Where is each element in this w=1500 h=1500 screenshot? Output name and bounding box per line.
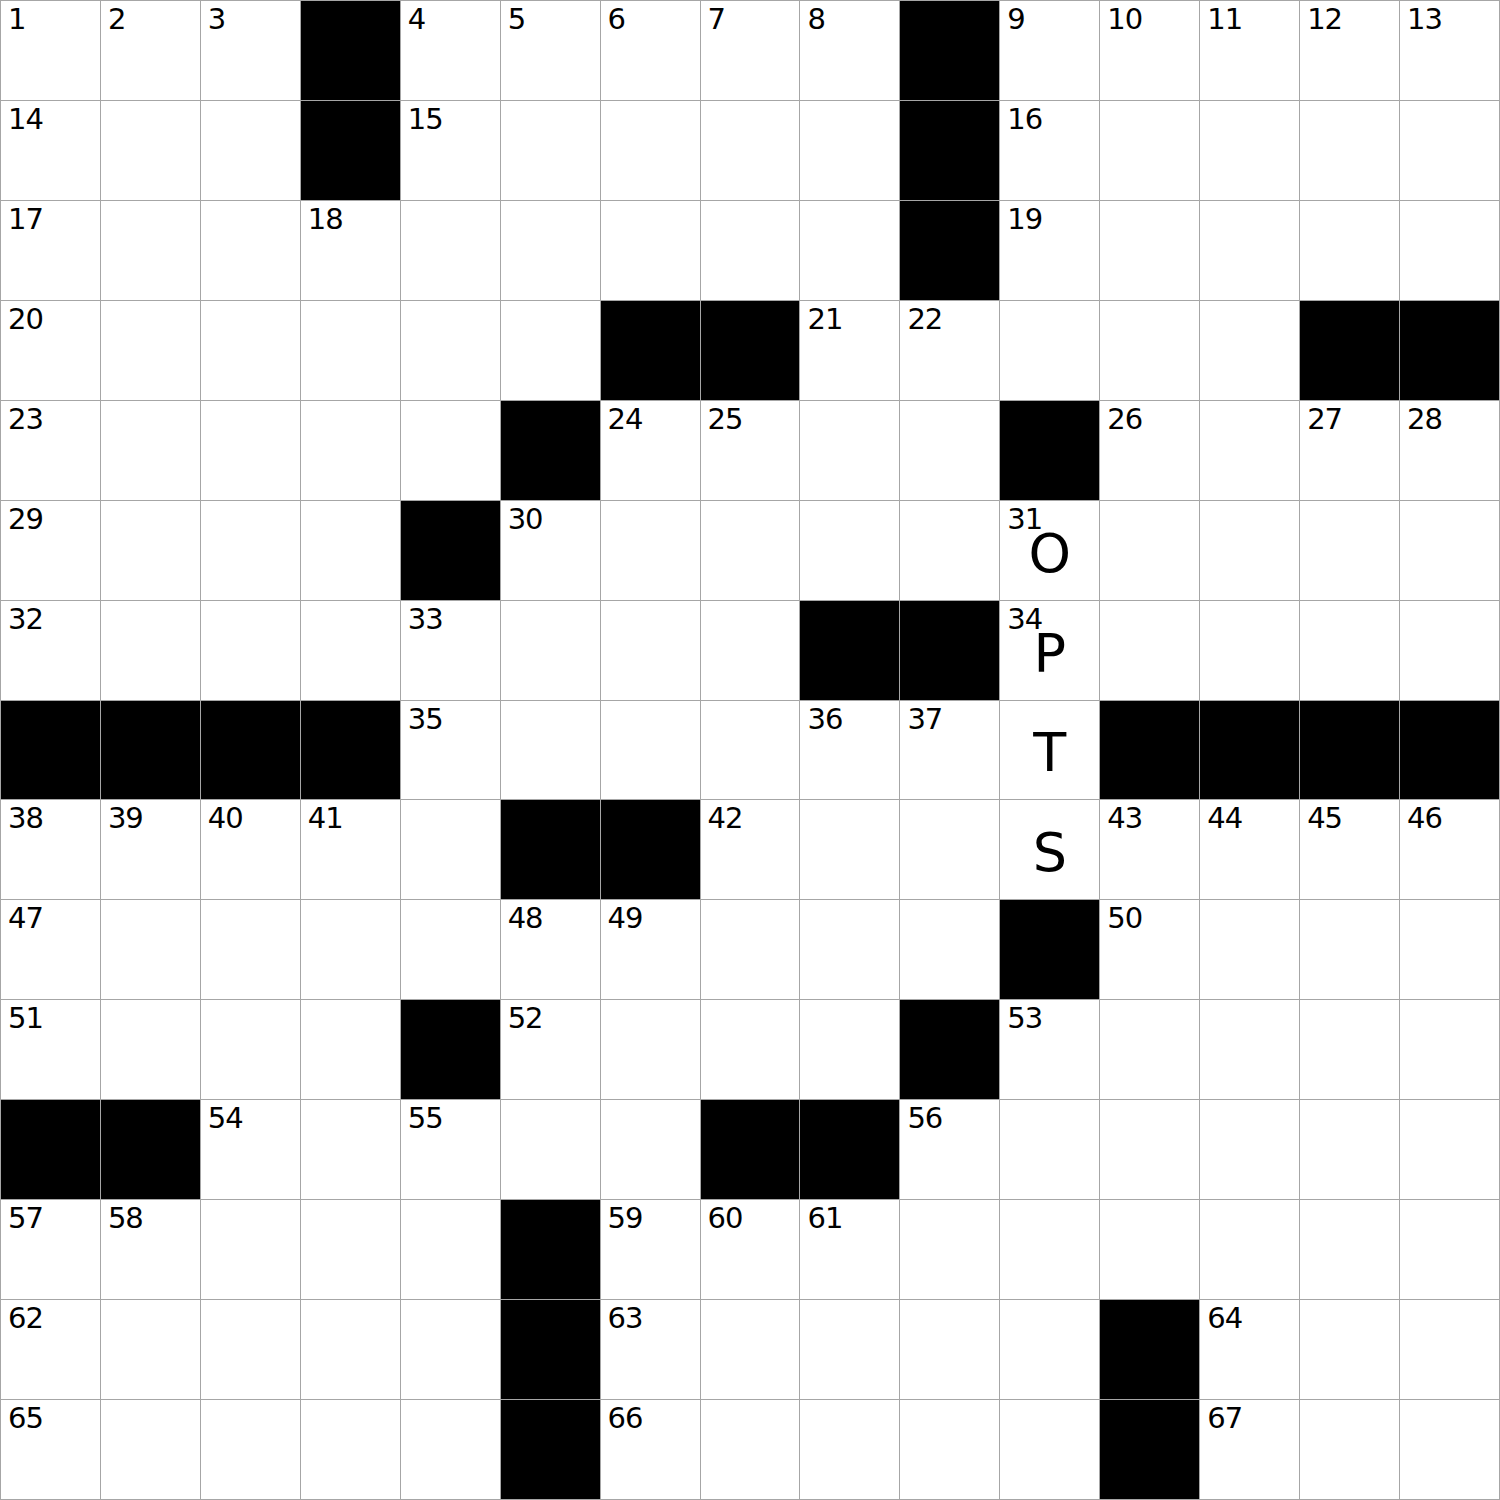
- black-cell-r5c11: [1000, 401, 1099, 500]
- cell-r9c8[interactable]: 42: [701, 800, 800, 899]
- cell-r5c15[interactable]: 28: [1400, 401, 1499, 500]
- cell-r5c13[interactable]: [1200, 401, 1299, 500]
- cell-r14c5[interactable]: [401, 1300, 500, 1399]
- cell-r9c14[interactable]: 45: [1300, 800, 1399, 899]
- cell-r1c6[interactable]: 5: [501, 1, 600, 100]
- clue-number: 12: [1307, 4, 1342, 36]
- clue-number: 19: [1007, 204, 1042, 236]
- cell-r13c13[interactable]: [1200, 1200, 1299, 1299]
- cell-r10c6[interactable]: 48: [501, 900, 600, 999]
- cell-r10c10[interactable]: [900, 900, 999, 999]
- cell-r14c13[interactable]: 64: [1200, 1300, 1299, 1399]
- clue-number: 29: [8, 504, 43, 536]
- clue-number: 61: [807, 1203, 842, 1235]
- cell-letter: O: [1000, 501, 1099, 600]
- black-cell-r5c6: [501, 401, 600, 500]
- black-cell-r1c4: [301, 1, 400, 100]
- cell-r12c15[interactable]: [1400, 1100, 1499, 1199]
- black-cell-r7c9: [800, 601, 899, 700]
- cell-r9c15[interactable]: 46: [1400, 800, 1499, 899]
- cell-r15c3[interactable]: [201, 1400, 300, 1499]
- black-cell-r2c10: [900, 101, 999, 200]
- cell-r14c15[interactable]: [1400, 1300, 1499, 1399]
- clue-number: 48: [508, 903, 543, 935]
- cell-r9c12[interactable]: 43: [1100, 800, 1199, 899]
- cell-r12c5[interactable]: 55: [401, 1100, 500, 1199]
- cell-r5c10[interactable]: [900, 401, 999, 500]
- clue-number: 37: [907, 704, 942, 736]
- black-cell-r9c7: [601, 800, 700, 899]
- cell-r4c2[interactable]: [101, 301, 200, 400]
- cell-r11c9[interactable]: [800, 1000, 899, 1099]
- cell-r5c8[interactable]: 25: [701, 401, 800, 500]
- cell-r7c14[interactable]: [1300, 601, 1399, 700]
- clue-number: 38: [8, 803, 43, 835]
- clue-number: 63: [608, 1303, 643, 1335]
- clue-number: 28: [1407, 404, 1442, 436]
- cell-r2c1[interactable]: 14: [1, 101, 100, 200]
- clue-number: 18: [308, 204, 343, 236]
- cell-r15c2[interactable]: [101, 1400, 200, 1499]
- black-cell-r8c12: [1100, 701, 1199, 800]
- cell-r2c11[interactable]: 16: [1000, 101, 1099, 200]
- cell-r8c5[interactable]: 35: [401, 701, 500, 800]
- cell-r15c15[interactable]: [1400, 1400, 1499, 1499]
- black-cell-r2c4: [301, 101, 400, 200]
- cell-r13c3[interactable]: [201, 1200, 300, 1299]
- clue-number: 6: [608, 4, 625, 36]
- clue-number: 24: [608, 404, 643, 436]
- cell-r13c15[interactable]: [1400, 1200, 1499, 1299]
- cell-r6c15[interactable]: [1400, 501, 1499, 600]
- cell-r9c4[interactable]: 41: [301, 800, 400, 899]
- cell-r3c9[interactable]: [800, 201, 899, 300]
- cell-r14c9[interactable]: [800, 1300, 899, 1399]
- cell-r4c3[interactable]: [201, 301, 300, 400]
- clue-number: 57: [8, 1203, 43, 1235]
- cell-r10c4[interactable]: [301, 900, 400, 999]
- clue-number: 14: [8, 104, 43, 136]
- cell-r9c9[interactable]: [800, 800, 899, 899]
- black-cell-r13c6: [501, 1200, 600, 1299]
- black-cell-r4c8: [701, 301, 800, 400]
- cell-r2c14[interactable]: [1300, 101, 1399, 200]
- black-cell-r11c10: [900, 1000, 999, 1099]
- clue-number: 27: [1307, 404, 1342, 436]
- cell-r14c1[interactable]: 62: [1, 1300, 100, 1399]
- cell-r4c4[interactable]: [301, 301, 400, 400]
- cell-r6c13[interactable]: [1200, 501, 1299, 600]
- cell-r13c2[interactable]: 58: [101, 1200, 200, 1299]
- cell-r1c8[interactable]: 7: [701, 1, 800, 100]
- cell-r14c11[interactable]: [1000, 1300, 1099, 1399]
- cell-r3c1[interactable]: 17: [1, 201, 100, 300]
- cell-r4c10[interactable]: 22: [900, 301, 999, 400]
- cell-r15c7[interactable]: 66: [601, 1400, 700, 1499]
- clue-number: 7: [708, 4, 725, 36]
- cell-letter: S: [1000, 800, 1099, 899]
- cell-r6c14[interactable]: [1300, 501, 1399, 600]
- black-cell-r12c2: [101, 1100, 200, 1199]
- cell-r1c9[interactable]: 8: [800, 1, 899, 100]
- cell-r7c4[interactable]: [301, 601, 400, 700]
- cell-r3c8[interactable]: [701, 201, 800, 300]
- clue-number: 55: [408, 1103, 443, 1135]
- cell-r14c10[interactable]: [900, 1300, 999, 1399]
- cell-r4c5[interactable]: [401, 301, 500, 400]
- cell-r11c11[interactable]: 53: [1000, 1000, 1099, 1099]
- clue-number: 64: [1207, 1303, 1242, 1335]
- black-cell-r4c15: [1400, 301, 1499, 400]
- cell-r3c13[interactable]: [1200, 201, 1299, 300]
- clue-number: 3: [208, 4, 225, 36]
- black-cell-r12c1: [1, 1100, 100, 1199]
- cell-r15c8[interactable]: [701, 1400, 800, 1499]
- cell-r11c4[interactable]: [301, 1000, 400, 1099]
- cell-r14c7[interactable]: 63: [601, 1300, 700, 1399]
- clue-number: 1: [8, 4, 25, 36]
- cell-r6c9[interactable]: [800, 501, 899, 600]
- cell-r11c6[interactable]: 52: [501, 1000, 600, 1099]
- cell-r13c10[interactable]: [900, 1200, 999, 1299]
- cell-r3c7[interactable]: [601, 201, 700, 300]
- cell-r3c6[interactable]: [501, 201, 600, 300]
- clue-number: 67: [1207, 1403, 1242, 1435]
- black-cell-r8c3: [201, 701, 300, 800]
- black-cell-r8c14: [1300, 701, 1399, 800]
- clue-number: 2: [108, 4, 125, 36]
- cell-r2c8[interactable]: [701, 101, 800, 200]
- cell-r3c4[interactable]: 18: [301, 201, 400, 300]
- cell-r6c11[interactable]: 31O: [1000, 501, 1099, 600]
- clue-number: 25: [708, 404, 743, 436]
- clue-number: 15: [408, 104, 443, 136]
- clue-number: 26: [1107, 404, 1142, 436]
- clue-number: 5: [508, 4, 525, 36]
- cell-r13c7[interactable]: 59: [601, 1200, 700, 1299]
- clue-number: 54: [208, 1103, 243, 1135]
- cell-r10c9[interactable]: [800, 900, 899, 999]
- black-cell-r11c5: [401, 1000, 500, 1099]
- clue-number: 9: [1007, 4, 1024, 36]
- clue-number: 23: [8, 404, 43, 436]
- cell-r4c9[interactable]: 21: [800, 301, 899, 400]
- clue-number: 10: [1107, 4, 1142, 36]
- cell-r3c12[interactable]: [1100, 201, 1199, 300]
- black-cell-r15c6: [501, 1400, 600, 1499]
- clue-number: 13: [1407, 4, 1442, 36]
- cell-r13c14[interactable]: [1300, 1200, 1399, 1299]
- cell-r8c10[interactable]: 37: [900, 701, 999, 800]
- clue-number: 39: [108, 803, 143, 835]
- cell-r7c3[interactable]: [201, 601, 300, 700]
- cell-r9c10[interactable]: [900, 800, 999, 899]
- cell-r11c13[interactable]: [1200, 1000, 1299, 1099]
- clue-number: 41: [308, 803, 343, 835]
- clue-number: 58: [108, 1203, 143, 1235]
- cell-r2c3[interactable]: [201, 101, 300, 200]
- cell-r15c9[interactable]: [800, 1400, 899, 1499]
- cell-r12c13[interactable]: [1200, 1100, 1299, 1199]
- cell-r14c3[interactable]: [201, 1300, 300, 1399]
- cell-r10c1[interactable]: 47: [1, 900, 100, 999]
- cell-r8c9[interactable]: 36: [800, 701, 899, 800]
- cell-r13c9[interactable]: 61: [800, 1200, 899, 1299]
- black-cell-r12c9: [800, 1100, 899, 1199]
- clue-number: 52: [508, 1003, 543, 1035]
- cell-r14c14[interactable]: [1300, 1300, 1399, 1399]
- cell-r8c7[interactable]: [601, 701, 700, 800]
- cell-r13c4[interactable]: [301, 1200, 400, 1299]
- cell-r15c5[interactable]: [401, 1400, 500, 1499]
- cell-r15c14[interactable]: [1300, 1400, 1399, 1499]
- clue-number: 50: [1107, 903, 1142, 935]
- cell-r6c3[interactable]: [201, 501, 300, 600]
- cell-r7c1[interactable]: 32: [1, 601, 100, 700]
- cell-r10c5[interactable]: [401, 900, 500, 999]
- cell-r10c14[interactable]: [1300, 900, 1399, 999]
- clue-number: 33: [408, 604, 443, 636]
- cell-r13c8[interactable]: 60: [701, 1200, 800, 1299]
- black-cell-r3c10: [900, 201, 999, 300]
- cell-r1c14[interactable]: 12: [1300, 1, 1399, 100]
- cell-r1c2[interactable]: 2: [101, 1, 200, 100]
- cell-r1c5[interactable]: 4: [401, 1, 500, 100]
- cell-r2c5[interactable]: 15: [401, 101, 500, 200]
- cell-r7c13[interactable]: [1200, 601, 1299, 700]
- cell-r7c5[interactable]: 33: [401, 601, 500, 700]
- cell-r6c2[interactable]: [101, 501, 200, 600]
- cell-r5c5[interactable]: [401, 401, 500, 500]
- clue-number: 49: [608, 903, 643, 935]
- cell-r3c11[interactable]: 19: [1000, 201, 1099, 300]
- cell-r6c6[interactable]: 30: [501, 501, 600, 600]
- cell-r13c5[interactable]: [401, 1200, 500, 1299]
- cell-r12c4[interactable]: [301, 1100, 400, 1199]
- clue-number: 56: [907, 1103, 942, 1135]
- cell-r12c6[interactable]: [501, 1100, 600, 1199]
- black-cell-r4c14: [1300, 301, 1399, 400]
- cell-r6c12[interactable]: [1100, 501, 1199, 600]
- cell-r1c13[interactable]: 11: [1200, 1, 1299, 100]
- cell-r8c11[interactable]: T: [1000, 701, 1099, 800]
- clue-number: 45: [1307, 803, 1342, 835]
- cell-r15c13[interactable]: 67: [1200, 1400, 1299, 1499]
- crossword-grid: 1234567891011121314151617181920212223242…: [0, 0, 1500, 1500]
- cell-r12c14[interactable]: [1300, 1100, 1399, 1199]
- clue-number: 22: [907, 304, 942, 336]
- black-cell-r10c11: [1000, 900, 1099, 999]
- cell-r12c10[interactable]: 56: [900, 1100, 999, 1199]
- black-cell-r8c2: [101, 701, 200, 800]
- clue-number: 40: [208, 803, 243, 835]
- cell-r5c9[interactable]: [800, 401, 899, 500]
- cell-r8c6[interactable]: [501, 701, 600, 800]
- cell-r5c3[interactable]: [201, 401, 300, 500]
- cell-r4c13[interactable]: [1200, 301, 1299, 400]
- black-cell-r8c15: [1400, 701, 1499, 800]
- cell-r1c12[interactable]: 10: [1100, 1, 1199, 100]
- cell-r5c4[interactable]: [301, 401, 400, 500]
- cell-r5c2[interactable]: [101, 401, 200, 500]
- cell-r1c3[interactable]: 3: [201, 1, 300, 100]
- cell-letter: T: [1000, 701, 1099, 800]
- cell-r11c3[interactable]: [201, 1000, 300, 1099]
- cell-r1c15[interactable]: 13: [1400, 1, 1499, 100]
- cell-r12c7[interactable]: [601, 1100, 700, 1199]
- clue-number: 47: [8, 903, 43, 935]
- cell-r2c7[interactable]: [601, 101, 700, 200]
- clue-number: 35: [408, 704, 443, 736]
- cell-r7c7[interactable]: [601, 601, 700, 700]
- black-cell-r6c5: [401, 501, 500, 600]
- cell-r7c2[interactable]: [101, 601, 200, 700]
- cell-r5c12[interactable]: 26: [1100, 401, 1199, 500]
- cell-r3c3[interactable]: [201, 201, 300, 300]
- cell-r4c12[interactable]: [1100, 301, 1199, 400]
- cell-r7c11[interactable]: 34P: [1000, 601, 1099, 700]
- black-cell-r9c6: [501, 800, 600, 899]
- cell-r14c4[interactable]: [301, 1300, 400, 1399]
- black-cell-r4c7: [601, 301, 700, 400]
- clue-number: 11: [1207, 4, 1242, 36]
- cell-r9c2[interactable]: 39: [101, 800, 200, 899]
- cell-r2c12[interactable]: [1100, 101, 1199, 200]
- cell-r11c2[interactable]: [101, 1000, 200, 1099]
- clue-number: 53: [1007, 1003, 1042, 1035]
- cell-r3c15[interactable]: [1400, 201, 1499, 300]
- clue-number: 66: [608, 1403, 643, 1435]
- cell-r1c7[interactable]: 6: [601, 1, 700, 100]
- cell-r5c1[interactable]: 23: [1, 401, 100, 500]
- black-cell-r8c13: [1200, 701, 1299, 800]
- black-cell-r7c10: [900, 601, 999, 700]
- cell-r2c15[interactable]: [1400, 101, 1499, 200]
- cell-r1c11[interactable]: 9: [1000, 1, 1099, 100]
- clue-number: 44: [1207, 803, 1242, 835]
- cell-r10c8[interactable]: [701, 900, 800, 999]
- cell-r12c3[interactable]: 54: [201, 1100, 300, 1199]
- cell-r15c11[interactable]: [1000, 1400, 1099, 1499]
- cell-r7c12[interactable]: [1100, 601, 1199, 700]
- cell-r3c14[interactable]: [1300, 201, 1399, 300]
- clue-number: 17: [8, 204, 43, 236]
- cell-r4c6[interactable]: [501, 301, 600, 400]
- cell-r10c3[interactable]: [201, 900, 300, 999]
- clue-number: 51: [8, 1003, 43, 1035]
- cell-r11c7[interactable]: [601, 1000, 700, 1099]
- cell-r6c4[interactable]: [301, 501, 400, 600]
- cell-r6c8[interactable]: [701, 501, 800, 600]
- cell-r10c13[interactable]: [1200, 900, 1299, 999]
- cell-r12c12[interactable]: [1100, 1100, 1199, 1199]
- clue-number: 62: [8, 1303, 43, 1335]
- cell-r6c1[interactable]: 29: [1, 501, 100, 600]
- clue-number: 42: [708, 803, 743, 835]
- clue-number: 60: [708, 1203, 743, 1235]
- cell-r13c11[interactable]: [1000, 1200, 1099, 1299]
- black-cell-r8c1: [1, 701, 100, 800]
- cell-r8c8[interactable]: [701, 701, 800, 800]
- cell-r11c15[interactable]: [1400, 1000, 1499, 1099]
- cell-r2c13[interactable]: [1200, 101, 1299, 200]
- cell-r14c8[interactable]: [701, 1300, 800, 1399]
- cell-r9c11[interactable]: S: [1000, 800, 1099, 899]
- cell-r5c7[interactable]: 24: [601, 401, 700, 500]
- cell-r9c3[interactable]: 40: [201, 800, 300, 899]
- cell-r2c6[interactable]: [501, 101, 600, 200]
- clue-number: 59: [608, 1203, 643, 1235]
- clue-number: 16: [1007, 104, 1042, 136]
- clue-number: 32: [8, 604, 43, 636]
- cell-r7c15[interactable]: [1400, 601, 1499, 700]
- black-cell-r14c12: [1100, 1300, 1199, 1399]
- cell-r15c1[interactable]: 65: [1, 1400, 100, 1499]
- cell-r6c7[interactable]: [601, 501, 700, 600]
- black-cell-r12c8: [701, 1100, 800, 1199]
- cell-r13c12[interactable]: [1100, 1200, 1199, 1299]
- cell-r11c12[interactable]: [1100, 1000, 1199, 1099]
- black-cell-r15c12: [1100, 1400, 1199, 1499]
- cell-r9c13[interactable]: 44: [1200, 800, 1299, 899]
- cell-letter: P: [1000, 601, 1099, 700]
- cell-r10c12[interactable]: 50: [1100, 900, 1199, 999]
- clue-number: 30: [508, 504, 543, 536]
- cell-r5c14[interactable]: 27: [1300, 401, 1399, 500]
- cell-r2c2[interactable]: [101, 101, 200, 200]
- cell-r15c10[interactable]: [900, 1400, 999, 1499]
- cell-r10c15[interactable]: [1400, 900, 1499, 999]
- cell-r4c1[interactable]: 20: [1, 301, 100, 400]
- cell-r14c2[interactable]: [101, 1300, 200, 1399]
- cell-r10c7[interactable]: 49: [601, 900, 700, 999]
- cell-r9c1[interactable]: 38: [1, 800, 100, 899]
- cell-r4c11[interactable]: [1000, 301, 1099, 400]
- cell-r3c2[interactable]: [101, 201, 200, 300]
- clue-number: 43: [1107, 803, 1142, 835]
- clue-number: 21: [807, 304, 842, 336]
- cell-r2c9[interactable]: [800, 101, 899, 200]
- cell-r13c1[interactable]: 57: [1, 1200, 100, 1299]
- cell-r1c1[interactable]: 1: [1, 1, 100, 100]
- clue-number: 8: [807, 4, 824, 36]
- cell-r3c5[interactable]: [401, 201, 500, 300]
- clue-number: 46: [1407, 803, 1442, 835]
- black-cell-r8c4: [301, 701, 400, 800]
- cell-r7c8[interactable]: [701, 601, 800, 700]
- black-cell-r1c10: [900, 1, 999, 100]
- cell-r11c1[interactable]: 51: [1, 1000, 100, 1099]
- cell-r7c6[interactable]: [501, 601, 600, 700]
- cell-r11c8[interactable]: [701, 1000, 800, 1099]
- clue-number: 4: [408, 4, 425, 36]
- cell-r15c4[interactable]: [301, 1400, 400, 1499]
- black-cell-r14c6: [501, 1300, 600, 1399]
- cell-r10c2[interactable]: [101, 900, 200, 999]
- clue-number: 20: [8, 304, 43, 336]
- cell-r12c11[interactable]: [1000, 1100, 1099, 1199]
- clue-number: 36: [807, 704, 842, 736]
- cell-r11c14[interactable]: [1300, 1000, 1399, 1099]
- clue-number: 65: [8, 1403, 43, 1435]
- cell-r9c5[interactable]: [401, 800, 500, 899]
- cell-r6c10[interactable]: [900, 501, 999, 600]
